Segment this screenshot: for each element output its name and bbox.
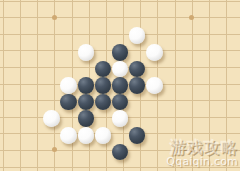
stone-white bbox=[129, 27, 146, 44]
stone-black bbox=[112, 44, 129, 61]
grid-line-horizontal bbox=[0, 133, 240, 134]
star-point bbox=[52, 147, 57, 152]
grid-line-vertical bbox=[192, 0, 193, 171]
stone-white bbox=[78, 127, 95, 144]
stone-black bbox=[129, 77, 146, 94]
grid-line-horizontal bbox=[0, 17, 240, 18]
stone-white bbox=[112, 110, 129, 127]
grid-line-vertical bbox=[37, 0, 38, 171]
grid-line-vertical bbox=[209, 0, 210, 171]
star-point bbox=[189, 147, 194, 152]
stone-black bbox=[95, 61, 112, 78]
grid-line-vertical bbox=[20, 0, 21, 171]
stone-black bbox=[112, 94, 129, 111]
stone-black bbox=[78, 77, 95, 94]
star-point bbox=[189, 15, 194, 20]
board-grid bbox=[0, 0, 240, 171]
gomoku-board[interactable]: 游戏攻略 Qqaiqin.com bbox=[0, 0, 240, 171]
stone-black bbox=[112, 77, 129, 94]
stone-black bbox=[60, 94, 77, 111]
stone-white bbox=[146, 44, 163, 61]
stone-white bbox=[60, 77, 77, 94]
star-point bbox=[52, 15, 57, 20]
stone-black bbox=[78, 110, 95, 127]
stone-black bbox=[129, 61, 146, 78]
stone-white bbox=[78, 44, 95, 61]
stone-white bbox=[95, 127, 112, 144]
grid-line-vertical bbox=[175, 0, 176, 171]
stone-white bbox=[146, 77, 163, 94]
stone-white bbox=[112, 61, 129, 78]
stone-black bbox=[129, 127, 146, 144]
grid-line-horizontal bbox=[0, 34, 240, 35]
stone-black bbox=[112, 144, 129, 161]
stone-white bbox=[60, 127, 77, 144]
grid-line-vertical bbox=[226, 0, 227, 171]
stone-black bbox=[78, 94, 95, 111]
grid-line-vertical bbox=[54, 0, 55, 171]
grid-line-vertical bbox=[3, 0, 4, 171]
stone-white bbox=[43, 110, 60, 127]
grid-line-horizontal bbox=[0, 167, 240, 168]
stone-black bbox=[95, 77, 112, 94]
stone-black bbox=[95, 94, 112, 111]
grid-line-horizontal bbox=[0, 1, 240, 2]
